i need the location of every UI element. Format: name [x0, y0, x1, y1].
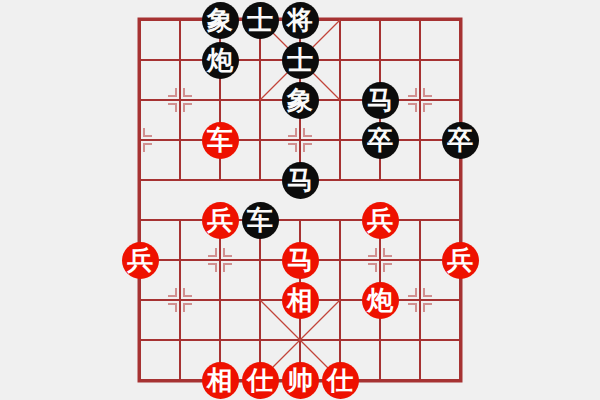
piece-red-soldier[interactable]: 兵	[362, 202, 399, 239]
piece-red-cannon[interactable]: 炮	[362, 282, 399, 319]
xiangqi-board-screen: 象士将炮士象马卒卒马车车兵兵兵马兵相炮相仕帅仕	[0, 0, 600, 400]
piece-red-horse[interactable]: 马	[282, 242, 319, 279]
piece-red-general[interactable]: 帅	[282, 362, 319, 399]
piece-red-advisor[interactable]: 仕	[242, 362, 279, 399]
piece-black-horse[interactable]: 马	[282, 162, 319, 199]
piece-black-advisor[interactable]: 士	[282, 42, 319, 79]
pieces-layer[interactable]: 象士将炮士象马卒卒马车车兵兵兵马兵相炮相仕帅仕	[120, 0, 480, 400]
piece-black-soldier[interactable]: 卒	[362, 122, 399, 159]
piece-black-elephant[interactable]: 象	[202, 2, 239, 39]
piece-red-elephant[interactable]: 相	[202, 362, 239, 399]
piece-black-soldier[interactable]: 卒	[442, 122, 479, 159]
piece-red-soldier[interactable]: 兵	[122, 242, 159, 279]
piece-black-cannon[interactable]: 炮	[202, 42, 239, 79]
piece-red-soldier[interactable]: 兵	[442, 242, 479, 279]
piece-red-soldier[interactable]: 兵	[202, 202, 239, 239]
piece-black-advisor[interactable]: 士	[242, 2, 279, 39]
piece-black-chariot[interactable]: 车	[242, 202, 279, 239]
piece-red-advisor[interactable]: 仕	[322, 362, 359, 399]
piece-red-elephant[interactable]: 相	[282, 282, 319, 319]
piece-black-general[interactable]: 将	[282, 2, 319, 39]
piece-black-horse[interactable]: 马	[362, 82, 399, 119]
piece-black-elephant[interactable]: 象	[282, 82, 319, 119]
piece-red-chariot[interactable]: 车	[202, 122, 239, 159]
